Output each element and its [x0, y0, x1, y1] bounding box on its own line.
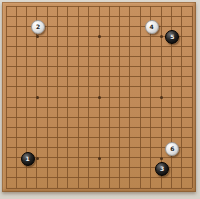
- grid-hline-18: [6, 177, 192, 178]
- grid-vline-12: [119, 6, 120, 188]
- move-number: 3: [160, 166, 164, 172]
- board-grid[interactable]: 123456: [6, 6, 192, 188]
- grid-hline-11: [6, 107, 192, 108]
- grid-vline-18: [181, 6, 182, 188]
- grid-vline-11: [109, 6, 110, 188]
- star-point: [36, 35, 39, 38]
- star-point: [160, 96, 163, 99]
- move-number: 1: [26, 156, 30, 162]
- black-stone-Q3: 3: [155, 162, 169, 176]
- grid-hline-15: [6, 147, 192, 148]
- grid-hline-12: [6, 117, 192, 118]
- grid-hline-19: [6, 188, 192, 189]
- star-point: [98, 157, 101, 160]
- go-board[interactable]: 123456: [2, 2, 196, 192]
- grid-vline-14: [140, 6, 141, 188]
- star-point: [36, 157, 39, 160]
- star-point: [160, 157, 163, 160]
- move-number: 5: [170, 34, 174, 40]
- grid-hline-14: [6, 137, 192, 138]
- grid-vline-19: [192, 6, 193, 188]
- star-point: [36, 96, 39, 99]
- white-stone-R5: 6: [165, 142, 179, 156]
- move-number: 2: [36, 24, 40, 30]
- move-number: 4: [150, 24, 154, 30]
- grid-hline-13: [6, 127, 192, 128]
- black-stone-C4: 1: [21, 152, 35, 166]
- star-point: [98, 96, 101, 99]
- page-background: 123456: [0, 0, 200, 199]
- move-number: 6: [170, 146, 174, 152]
- white-stone-P17: 4: [145, 20, 159, 34]
- star-point: [160, 35, 163, 38]
- star-point: [98, 35, 101, 38]
- white-stone-D17: 2: [31, 20, 45, 34]
- grid-vline-13: [129, 6, 130, 188]
- black-stone-R16: 5: [165, 30, 179, 44]
